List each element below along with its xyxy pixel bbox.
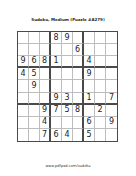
sudoku-cell-r7c2 [29, 105, 40, 117]
sudoku-cell-r3c8 [95, 56, 106, 68]
sudoku-cell-r6c3 [40, 93, 51, 105]
sudoku-cell-r4c9 [106, 68, 117, 80]
sudoku-cell-r7c1 [18, 105, 29, 117]
sudoku-cell-r3c7: 4 [84, 56, 95, 68]
sudoku-cell-r8c2 [29, 117, 40, 129]
sudoku-cell-r2c4 [51, 44, 62, 56]
sudoku-cell-r9c2 [29, 129, 40, 141]
sudoku-cell-r5c3 [40, 80, 51, 92]
sudoku-cell-r5c1 [18, 80, 29, 92]
sudoku-cell-r6c7: 1 [84, 93, 95, 105]
sudoku-cell-r9c9 [106, 129, 117, 141]
sudoku-cell-r5c2: 9 [29, 80, 40, 92]
sudoku-cell-r1c9 [106, 32, 117, 44]
sudoku-cell-r5c5 [62, 80, 73, 92]
footer-url: www.pdfpad.com/sudoku [45, 164, 90, 168]
puzzle-title: Sudoku, Medium (Puzzle #A279) [31, 18, 104, 22]
sudoku-cell-r8c5 [62, 117, 73, 129]
sudoku-cell-r7c9 [106, 105, 117, 117]
sudoku-cell-r1c8 [95, 32, 106, 44]
sudoku-cell-r3c9 [106, 56, 117, 68]
sudoku-cell-r3c6 [73, 56, 84, 68]
sudoku-cell-r5c4 [51, 80, 62, 92]
sudoku-cell-r6c4: 9 [51, 93, 62, 105]
sudoku-cell-r8c4 [51, 117, 62, 129]
sudoku-cell-r4c4 [51, 68, 62, 80]
sudoku-cell-r2c3 [40, 44, 51, 56]
sudoku-cell-r1c5: 9 [62, 32, 73, 44]
sudoku-cell-r4c2: 5 [29, 68, 40, 80]
sudoku-cell-r8c6 [73, 117, 84, 129]
sudoku-cell-r9c6 [73, 129, 84, 141]
sudoku-cell-r3c1: 9 [18, 56, 29, 68]
sudoku-cell-r7c4: 7 [51, 105, 62, 117]
sudoku-cell-r2c9 [106, 44, 117, 56]
sudoku-cell-r4c6 [73, 68, 84, 80]
sudoku-cell-r3c4: 1 [51, 56, 62, 68]
sudoku-cell-r3c3: 8 [40, 56, 51, 68]
sudoku-cell-r9c5: 4 [62, 129, 73, 141]
sudoku-cell-r4c7: 9 [84, 68, 95, 80]
sudoku-cell-r6c5: 3 [62, 93, 73, 105]
sudoku-cell-r6c1 [18, 93, 29, 105]
sudoku-cell-r7c6: 8 [73, 105, 84, 117]
sudoku-board: 8969681445999317975824697645 [17, 31, 118, 142]
sudoku-cell-r9c4: 6 [51, 129, 62, 141]
sudoku-cell-r8c3: 4 [40, 117, 51, 129]
sudoku-cell-r1c1 [18, 32, 29, 44]
sudoku-cell-r7c5: 5 [62, 105, 73, 117]
sudoku-cell-r9c8 [95, 129, 106, 141]
sudoku-cell-r3c2: 6 [29, 56, 40, 68]
sudoku-cell-r2c5 [62, 44, 73, 56]
sudoku-cell-r8c8 [95, 117, 106, 129]
sudoku-cell-r3c5 [62, 56, 73, 68]
sudoku-cell-r5c6 [73, 80, 84, 92]
sudoku-cell-r7c8: 2 [95, 105, 106, 117]
sudoku-cell-r9c3: 7 [40, 129, 51, 141]
sudoku-cell-r8c9: 9 [106, 117, 117, 129]
sudoku-cell-r6c2 [29, 93, 40, 105]
sudoku-cell-r7c3: 9 [40, 105, 51, 117]
sudoku-cell-r4c5 [62, 68, 73, 80]
sudoku-cell-r5c7 [84, 80, 95, 92]
sudoku-cell-r8c1 [18, 117, 29, 129]
sudoku-cell-r1c6 [73, 32, 84, 44]
sudoku-cell-r4c8 [95, 68, 106, 80]
sudoku-cell-r6c6 [73, 93, 84, 105]
sudoku-cell-r5c8 [95, 80, 106, 92]
sudoku-cell-r6c8 [95, 93, 106, 105]
sudoku-cell-r2c7 [84, 44, 95, 56]
sudoku-cell-r1c4: 8 [51, 32, 62, 44]
sudoku-cell-r9c1 [18, 129, 29, 141]
sudoku-cell-r2c1 [18, 44, 29, 56]
sudoku-cell-r8c7: 6 [84, 117, 95, 129]
sudoku-cell-r7c7 [84, 105, 95, 117]
sudoku-cell-r1c7 [84, 32, 95, 44]
sudoku-cell-r5c9 [106, 80, 117, 92]
sudoku-cell-r6c9: 7 [106, 93, 117, 105]
sudoku-cell-r4c1: 4 [18, 68, 29, 80]
sudoku-cell-r2c6: 6 [73, 44, 84, 56]
sudoku-cell-r2c2 [29, 44, 40, 56]
sudoku-cell-r9c7: 5 [84, 129, 95, 141]
sudoku-cell-r1c3 [40, 32, 51, 44]
sudoku-cell-r2c8 [95, 44, 106, 56]
sudoku-cell-r1c2 [29, 32, 40, 44]
sudoku-cell-r4c3 [40, 68, 51, 80]
